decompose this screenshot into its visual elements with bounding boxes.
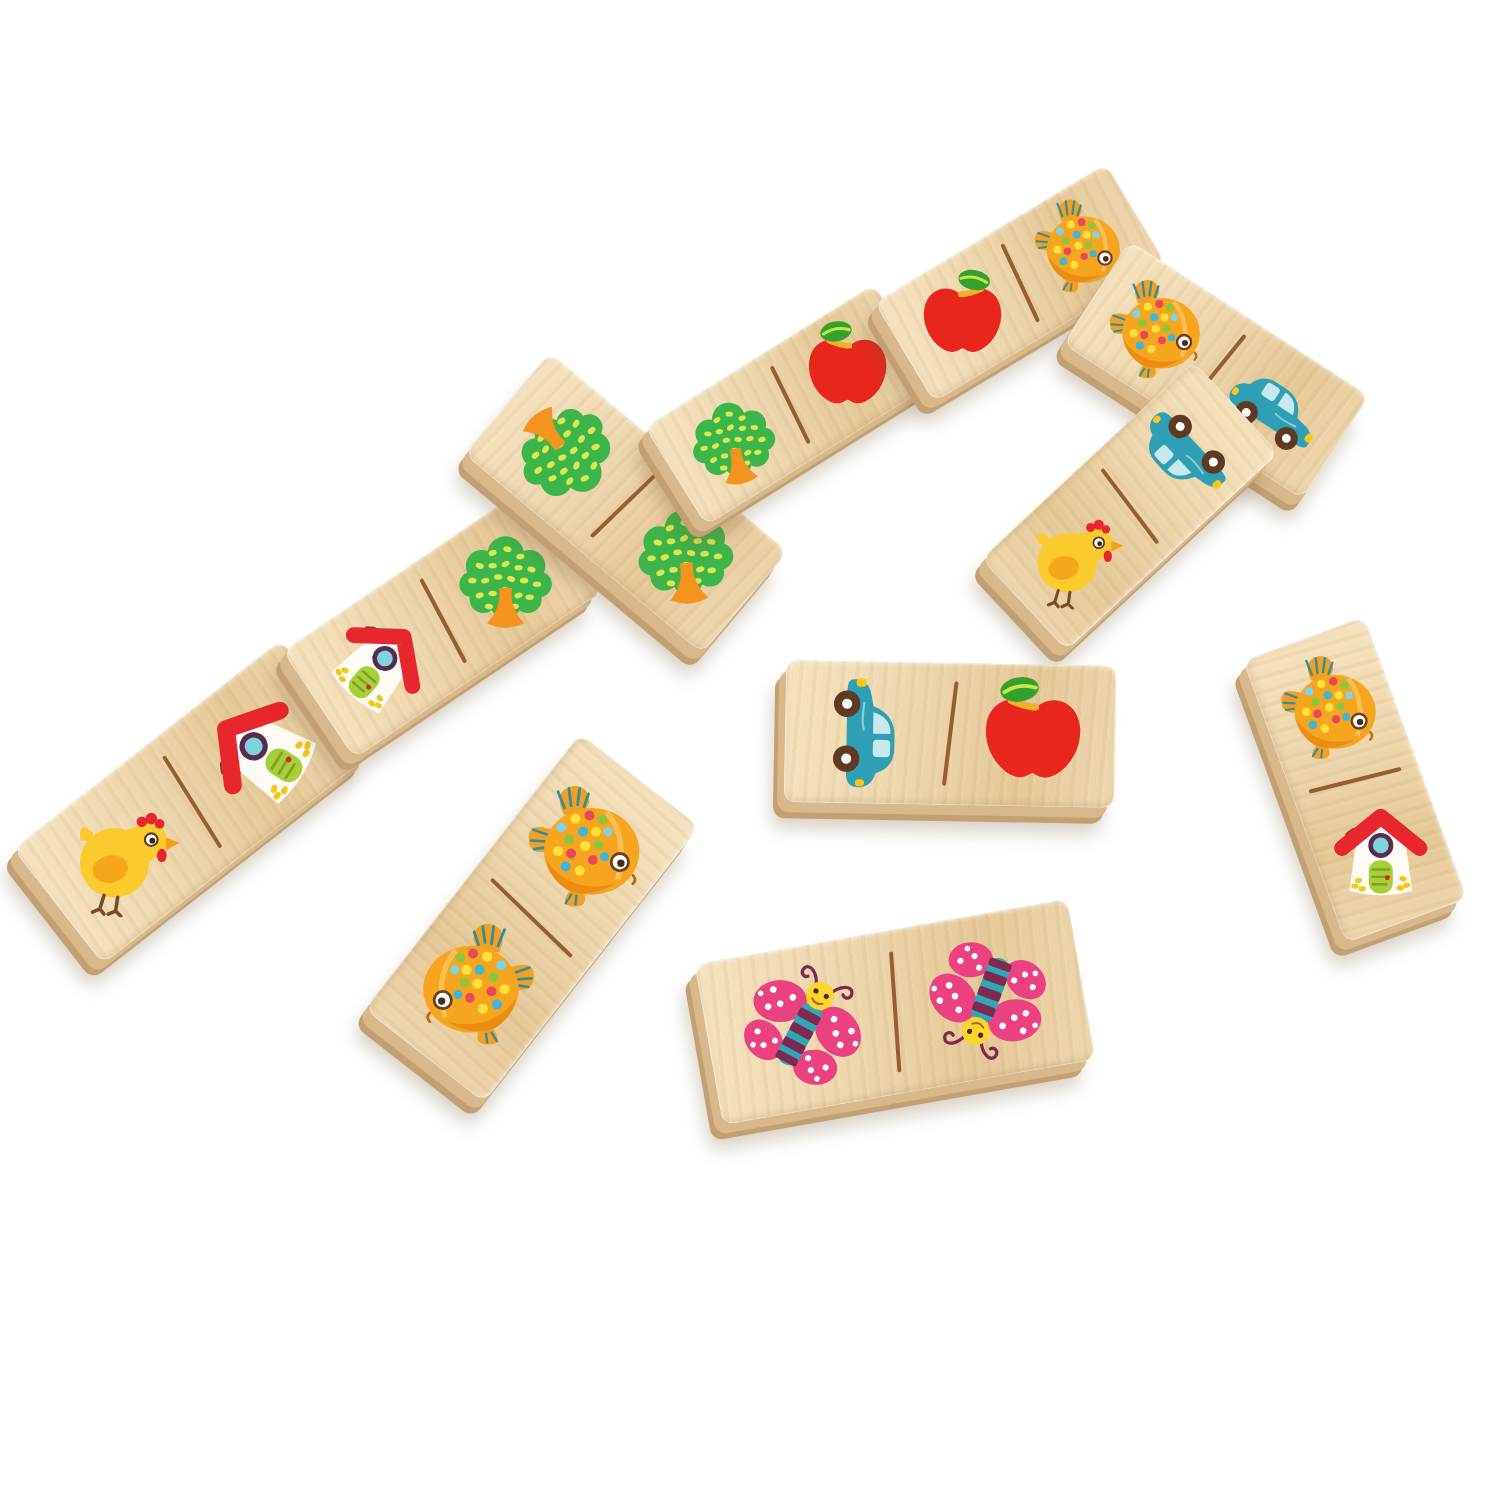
domino-butterfly-butterfly[interactable]: [695, 899, 1096, 1125]
fish-icon: [413, 922, 543, 1052]
tree-icon: [673, 381, 792, 500]
chicken-icon: [1023, 501, 1131, 609]
domino-car-chicken[interactable]: [981, 361, 1278, 650]
domino-fish-fish[interactable]: [365, 734, 699, 1103]
apple-icon: [797, 319, 897, 419]
domino-car-apple[interactable]: [784, 660, 1116, 808]
domino-half-butterfly: [881, 899, 1095, 1092]
tree-icon: [450, 524, 561, 635]
chicken-icon: [62, 791, 188, 917]
fish-icon: [521, 784, 651, 914]
domino-half-car: [784, 660, 951, 805]
house-icon: [1325, 795, 1436, 906]
apple-icon: [970, 673, 1094, 797]
domino-half-butterfly: [695, 932, 909, 1125]
fish-icon: [1274, 654, 1385, 765]
apple-icon: [912, 268, 1012, 368]
butterfly-icon: [707, 934, 896, 1123]
dominoes-scene: [0, 0, 1500, 1500]
domino-fish-house[interactable]: [1243, 617, 1467, 943]
butterfly-icon: [898, 906, 1077, 1085]
car-icon: [805, 671, 929, 795]
domino-half-apple: [949, 663, 1116, 808]
